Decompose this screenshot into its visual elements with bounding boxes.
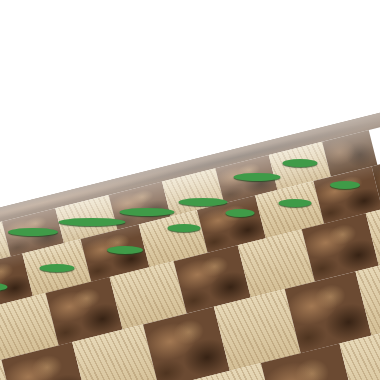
pawn-glyph: ♟	[0, 200, 23, 303]
piece-white-pawn-b2: ♟	[0, 200, 92, 303]
pieces-layer: ♟♝♟♚♟♛♟♝♟♞♟♜♟	[0, 0, 380, 380]
chess-set-product-photo: ♟♝♟♚♟♛♟♝♟♞♟♜♟	[0, 0, 380, 380]
